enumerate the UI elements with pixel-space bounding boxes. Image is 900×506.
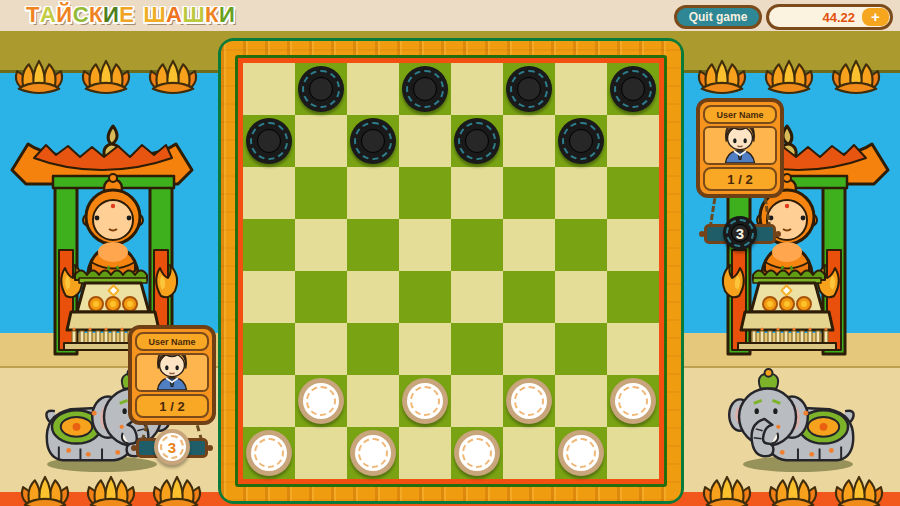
square-c1[interactable]: [347, 427, 399, 479]
elephant-right-illustration: [716, 366, 876, 474]
square-e4[interactable]: [451, 271, 503, 323]
square-b8[interactable]: [295, 63, 347, 115]
square-g3[interactable]: [555, 323, 607, 375]
game-title: ТАЙСКИЕШАШКИ: [26, 2, 235, 28]
square-g4[interactable]: [555, 271, 607, 323]
square-h5[interactable]: [607, 219, 659, 271]
square-e2[interactable]: [451, 375, 503, 427]
square-h8[interactable]: [607, 63, 659, 115]
add-funds-button[interactable]: +: [862, 8, 889, 26]
white-piece-c1[interactable]: [350, 430, 396, 476]
player-card-bottom-left: User Name 1 / 2: [128, 325, 216, 425]
square-c6[interactable]: [347, 167, 399, 219]
square-g5[interactable]: [555, 219, 607, 271]
boy-avatar-icon: [146, 353, 198, 390]
square-e5[interactable]: [451, 219, 503, 271]
black-piece-c7[interactable]: [350, 118, 396, 164]
square-g1[interactable]: [555, 427, 607, 479]
square-g8[interactable]: [555, 63, 607, 115]
square-b6[interactable]: [295, 167, 347, 219]
white-piece-h2[interactable]: [610, 378, 656, 424]
black-piece-d8[interactable]: [402, 66, 448, 112]
white-piece-a1[interactable]: [246, 430, 292, 476]
white-counter-disc: 3: [154, 429, 190, 465]
black-counter-disc: 3: [723, 216, 757, 250]
boy-avatar-icon: [714, 126, 766, 163]
square-h3[interactable]: [607, 323, 659, 375]
square-c2[interactable]: [347, 375, 399, 427]
square-d3[interactable]: [399, 323, 451, 375]
square-e6[interactable]: [451, 167, 503, 219]
square-f6[interactable]: [503, 167, 555, 219]
square-d7[interactable]: [399, 115, 451, 167]
game-screen: User Name 1 / 2 3 User Name 1 / 2 3 ТАЙС…: [0, 0, 900, 506]
square-b5[interactable]: [295, 219, 347, 271]
square-a1[interactable]: [243, 427, 295, 479]
square-g2[interactable]: [555, 375, 607, 427]
square-f5[interactable]: [503, 219, 555, 271]
black-piece-f8[interactable]: [506, 66, 552, 112]
match-score: 1 / 2: [703, 167, 777, 191]
white-piece-e1[interactable]: [454, 430, 500, 476]
lotus-icon: [766, 473, 820, 506]
black-piece-e7[interactable]: [454, 118, 500, 164]
square-e1[interactable]: [451, 427, 503, 479]
lotus-icon: [12, 57, 66, 97]
lotus-icon: [146, 57, 200, 97]
lotus-icon: [832, 473, 886, 506]
lotus-icon: [762, 57, 816, 97]
square-d5[interactable]: [399, 219, 451, 271]
black-piece-g7[interactable]: [558, 118, 604, 164]
lotus-icon: [18, 473, 72, 506]
avatar: [135, 353, 209, 392]
board-grid: [243, 63, 659, 479]
counter-value: 3: [736, 225, 744, 242]
square-a7[interactable]: [243, 115, 295, 167]
square-a4[interactable]: [243, 271, 295, 323]
square-b7[interactable]: [295, 115, 347, 167]
white-piece-d2[interactable]: [402, 378, 448, 424]
square-c8[interactable]: [347, 63, 399, 115]
square-h1[interactable]: [607, 427, 659, 479]
square-c7[interactable]: [347, 115, 399, 167]
square-f4[interactable]: [503, 271, 555, 323]
square-d1[interactable]: [399, 427, 451, 479]
square-e8[interactable]: [451, 63, 503, 115]
capture-counter-left: 3: [130, 425, 214, 495]
square-e3[interactable]: [451, 323, 503, 375]
lotus-icon: [79, 57, 133, 97]
match-score: 1 / 2: [135, 394, 209, 418]
quit-game-label: Quit game: [689, 10, 748, 24]
balance-value: 44.22: [769, 10, 862, 25]
player-name: User Name: [703, 105, 777, 124]
square-f1[interactable]: [503, 427, 555, 479]
lotus-icon: [700, 473, 754, 506]
square-f7[interactable]: [503, 115, 555, 167]
balance-pill: 44.22 +: [766, 4, 893, 30]
square-f2[interactable]: [503, 375, 555, 427]
lotus-icon: [829, 57, 883, 97]
black-piece-a7[interactable]: [246, 118, 292, 164]
square-h2[interactable]: [607, 375, 659, 427]
square-a3[interactable]: [243, 323, 295, 375]
square-h7[interactable]: [607, 115, 659, 167]
quit-game-button[interactable]: Quit game: [674, 5, 762, 29]
plus-icon: +: [871, 9, 880, 25]
square-d6[interactable]: [399, 167, 451, 219]
square-d4[interactable]: [399, 271, 451, 323]
white-piece-f2[interactable]: [506, 378, 552, 424]
square-b2[interactable]: [295, 375, 347, 427]
square-e7[interactable]: [451, 115, 503, 167]
lotus-icon: [695, 57, 749, 97]
square-d8[interactable]: [399, 63, 451, 115]
square-h4[interactable]: [607, 271, 659, 323]
square-b3[interactable]: [295, 323, 347, 375]
square-f3[interactable]: [503, 323, 555, 375]
square-c4[interactable]: [347, 271, 399, 323]
square-f8[interactable]: [503, 63, 555, 115]
square-h6[interactable]: [607, 167, 659, 219]
square-a5[interactable]: [243, 219, 295, 271]
square-g7[interactable]: [555, 115, 607, 167]
square-g6[interactable]: [555, 167, 607, 219]
capture-counter-right: 3: [698, 198, 782, 268]
checkers-board: [218, 38, 684, 504]
player-card-top-right: User Name 1 / 2: [696, 98, 784, 198]
square-c3[interactable]: [347, 323, 399, 375]
square-b4[interactable]: [295, 271, 347, 323]
square-a6[interactable]: [243, 167, 295, 219]
counter-value: 3: [168, 439, 176, 456]
square-c5[interactable]: [347, 219, 399, 271]
square-a2[interactable]: [243, 375, 295, 427]
avatar: [703, 126, 777, 165]
black-piece-b8[interactable]: [298, 66, 344, 112]
player-name: User Name: [135, 332, 209, 351]
square-a8[interactable]: [243, 63, 295, 115]
black-piece-h8[interactable]: [610, 66, 656, 112]
square-d2[interactable]: [399, 375, 451, 427]
white-piece-b2[interactable]: [298, 378, 344, 424]
white-piece-g1[interactable]: [558, 430, 604, 476]
square-b1[interactable]: [295, 427, 347, 479]
